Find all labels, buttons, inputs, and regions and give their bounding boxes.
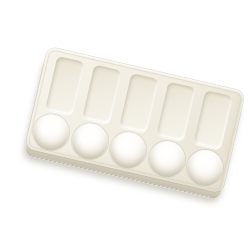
round-well-4	[145, 138, 188, 181]
paint-palette	[25, 47, 245, 194]
rect-well-3	[119, 73, 159, 133]
palette-tray-top	[25, 47, 245, 194]
round-well-3	[106, 129, 149, 172]
product-photo	[0, 0, 250, 250]
rect-well-5	[193, 90, 233, 150]
round-well-2	[68, 120, 111, 163]
rect-well-1	[45, 56, 85, 116]
rect-well-4	[156, 82, 196, 142]
rect-well-2	[82, 64, 122, 124]
round-well-5	[183, 146, 226, 189]
round-well-1	[29, 111, 72, 154]
